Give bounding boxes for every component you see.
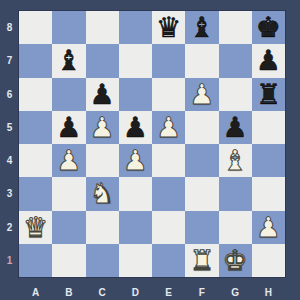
square-g1[interactable]: ♚ xyxy=(219,244,252,277)
rank-label-4: 4 xyxy=(0,144,19,177)
square-a4[interactable] xyxy=(19,144,52,177)
white-king-icon[interactable]: ♚ xyxy=(223,244,248,277)
square-g6[interactable] xyxy=(219,78,252,111)
black-king-icon[interactable]: ♚ xyxy=(256,11,281,44)
square-h4[interactable] xyxy=(252,144,285,177)
square-f1[interactable]: ♜ xyxy=(185,244,218,277)
square-f3[interactable] xyxy=(185,177,218,210)
square-b6[interactable] xyxy=(52,78,85,111)
file-label-g: G xyxy=(219,285,252,300)
square-f5[interactable] xyxy=(185,111,218,144)
square-g4[interactable]: ♝ xyxy=(219,144,252,177)
chess-diagram: ♛♝♚♝♟♟♟♜♟♟♟♟♟♟♟♝♞♛♟♜♚ 87654321ABCDEFGH xyxy=(0,0,300,300)
square-f8[interactable]: ♝ xyxy=(185,11,218,44)
square-a8[interactable] xyxy=(19,11,52,44)
rank-label-8: 8 xyxy=(0,11,19,44)
square-c8[interactable] xyxy=(86,11,119,44)
white-pawn-icon[interactable]: ♟ xyxy=(123,144,148,177)
square-h3[interactable] xyxy=(252,177,285,210)
rank-label-1: 1 xyxy=(0,244,19,277)
file-label-a: A xyxy=(19,285,52,300)
black-pawn-icon[interactable]: ♟ xyxy=(56,111,81,144)
square-c5[interactable]: ♟ xyxy=(86,111,119,144)
square-b5[interactable]: ♟ xyxy=(52,111,85,144)
rank-label-5: 5 xyxy=(0,111,19,144)
white-pawn-icon[interactable]: ♟ xyxy=(256,211,281,244)
file-label-f: F xyxy=(185,285,218,300)
white-pawn-icon[interactable]: ♟ xyxy=(90,111,115,144)
square-f6[interactable]: ♟ xyxy=(185,78,218,111)
black-bishop-icon[interactable]: ♝ xyxy=(56,44,81,77)
file-label-e: E xyxy=(152,285,185,300)
square-b2[interactable] xyxy=(52,211,85,244)
square-e6[interactable] xyxy=(152,78,185,111)
square-g2[interactable] xyxy=(219,211,252,244)
white-queen-icon[interactable]: ♛ xyxy=(23,211,48,244)
square-e1[interactable] xyxy=(152,244,185,277)
square-a3[interactable] xyxy=(19,177,52,210)
square-c3[interactable]: ♞ xyxy=(86,177,119,210)
square-h7[interactable]: ♟ xyxy=(252,44,285,77)
square-d6[interactable] xyxy=(119,78,152,111)
square-d1[interactable] xyxy=(119,244,152,277)
square-f4[interactable] xyxy=(185,144,218,177)
rank-label-7: 7 xyxy=(0,44,19,77)
square-h5[interactable] xyxy=(252,111,285,144)
file-label-c: C xyxy=(86,285,119,300)
square-h1[interactable] xyxy=(252,244,285,277)
black-pawn-icon[interactable]: ♟ xyxy=(90,78,115,111)
white-pawn-icon[interactable]: ♟ xyxy=(156,111,181,144)
black-rook-icon[interactable]: ♜ xyxy=(256,78,281,111)
square-c7[interactable] xyxy=(86,44,119,77)
chess-board: ♛♝♚♝♟♟♟♜♟♟♟♟♟♟♟♝♞♛♟♜♚ xyxy=(19,11,285,277)
square-g3[interactable] xyxy=(219,177,252,210)
white-pawn-icon[interactable]: ♟ xyxy=(56,144,81,177)
square-d5[interactable]: ♟ xyxy=(119,111,152,144)
square-d3[interactable] xyxy=(119,177,152,210)
square-c4[interactable] xyxy=(86,144,119,177)
black-queen-icon[interactable]: ♛ xyxy=(156,11,181,44)
black-pawn-icon[interactable]: ♟ xyxy=(256,44,281,77)
square-a6[interactable] xyxy=(19,78,52,111)
square-a2[interactable]: ♛ xyxy=(19,211,52,244)
square-d7[interactable] xyxy=(119,44,152,77)
square-b1[interactable] xyxy=(52,244,85,277)
square-b3[interactable] xyxy=(52,177,85,210)
square-a5[interactable] xyxy=(19,111,52,144)
square-a1[interactable] xyxy=(19,244,52,277)
file-label-h: H xyxy=(252,285,285,300)
square-h8[interactable]: ♚ xyxy=(252,11,285,44)
square-e3[interactable] xyxy=(152,177,185,210)
white-rook-icon[interactable]: ♜ xyxy=(189,244,214,277)
square-e2[interactable] xyxy=(152,211,185,244)
square-b4[interactable]: ♟ xyxy=(52,144,85,177)
black-bishop-icon[interactable]: ♝ xyxy=(189,11,214,44)
square-d4[interactable]: ♟ xyxy=(119,144,152,177)
square-c2[interactable] xyxy=(86,211,119,244)
square-g7[interactable] xyxy=(219,44,252,77)
square-g8[interactable] xyxy=(219,11,252,44)
square-e8[interactable]: ♛ xyxy=(152,11,185,44)
square-e7[interactable] xyxy=(152,44,185,77)
square-g5[interactable]: ♟ xyxy=(219,111,252,144)
rank-label-3: 3 xyxy=(0,177,19,210)
white-knight-icon[interactable]: ♞ xyxy=(90,177,115,210)
square-c1[interactable] xyxy=(86,244,119,277)
square-a7[interactable] xyxy=(19,44,52,77)
rank-label-2: 2 xyxy=(0,211,19,244)
file-label-d: D xyxy=(119,285,152,300)
rank-label-6: 6 xyxy=(0,78,19,111)
square-c6[interactable]: ♟ xyxy=(86,78,119,111)
file-label-b: B xyxy=(52,285,85,300)
square-e5[interactable]: ♟ xyxy=(152,111,185,144)
black-pawn-icon[interactable]: ♟ xyxy=(223,111,248,144)
square-d2[interactable] xyxy=(119,211,152,244)
black-pawn-icon[interactable]: ♟ xyxy=(123,111,148,144)
square-f2[interactable] xyxy=(185,211,218,244)
white-pawn-icon[interactable]: ♟ xyxy=(189,78,214,111)
square-b8[interactable] xyxy=(52,11,85,44)
square-h2[interactable]: ♟ xyxy=(252,211,285,244)
white-bishop-icon[interactable]: ♝ xyxy=(223,144,248,177)
square-f7[interactable] xyxy=(185,44,218,77)
square-h6[interactable]: ♜ xyxy=(252,78,285,111)
square-b7[interactable]: ♝ xyxy=(52,44,85,77)
square-e4[interactable] xyxy=(152,144,185,177)
square-d8[interactable] xyxy=(119,11,152,44)
